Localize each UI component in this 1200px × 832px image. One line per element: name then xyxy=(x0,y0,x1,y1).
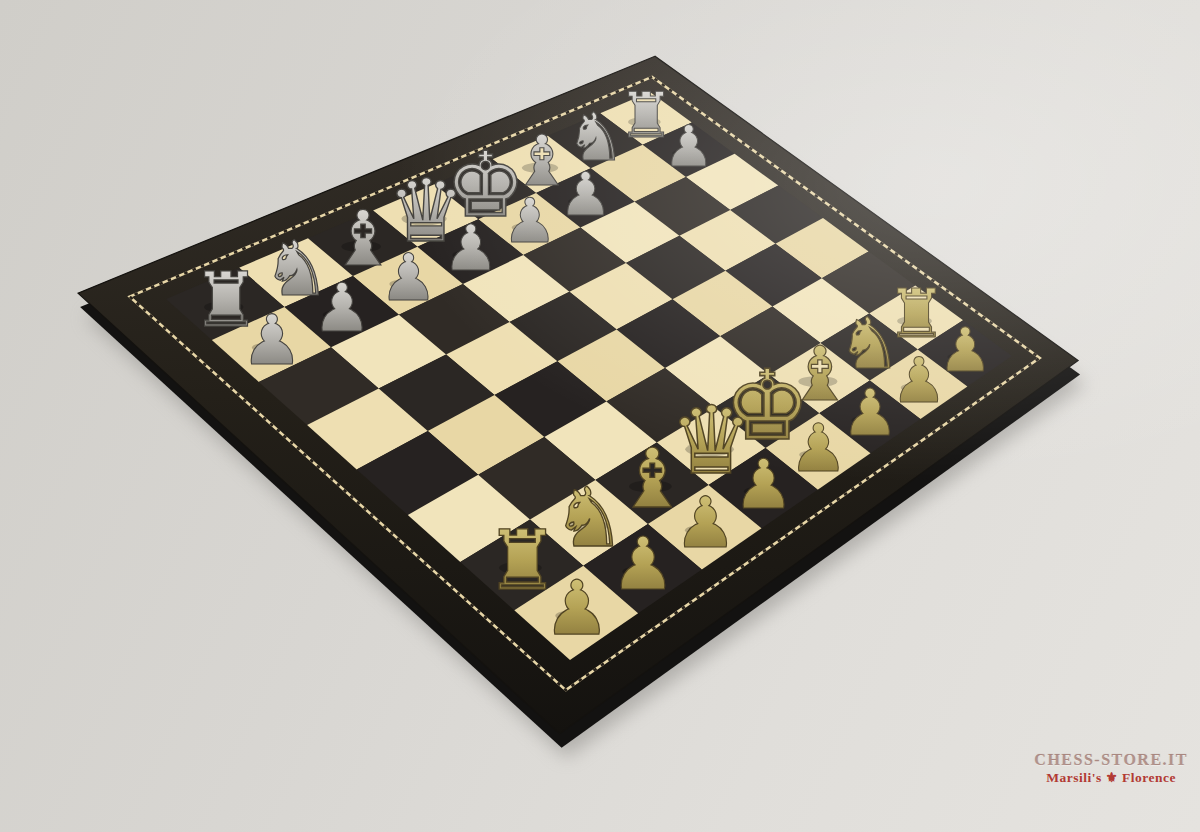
piece-white-pawn-d1[interactable]: ♟ xyxy=(789,410,848,487)
piece-black-pawn-c7[interactable]: ♟ xyxy=(559,159,613,229)
svg-text:♟: ♟ xyxy=(663,113,714,179)
chess-board: ♜♞♟♝♚♟♛♟♝♟♞♟♜♟♜♟♞♟♝♟♚♟♛♟♝♟♞♟♜♟♟ xyxy=(0,0,1200,832)
piece-black-pawn-h7[interactable]: ♟ xyxy=(241,300,303,380)
svg-text:♟: ♟ xyxy=(241,300,303,380)
piece-black-pawn-e7[interactable]: ♟ xyxy=(442,211,499,285)
svg-text:♟: ♟ xyxy=(611,522,676,606)
svg-text:♟: ♟ xyxy=(442,211,499,285)
piece-white-pawn-e1[interactable]: ♟ xyxy=(733,445,794,524)
piece-white-pawn-f1[interactable]: ♟ xyxy=(674,482,737,564)
product-photo-scene: ♜♞♟♝♚♟♛♟♝♟♞♟♜♟♜♟♞♟♝♟♚♟♛♟♝♟♞♟♜♟♟ CHESS-ST… xyxy=(0,0,1200,832)
svg-text:♟: ♟ xyxy=(559,159,613,229)
piece-white-pawn-c1[interactable]: ♟ xyxy=(841,375,899,450)
svg-text:♟: ♟ xyxy=(841,375,899,450)
svg-text:♟: ♟ xyxy=(891,344,947,417)
piece-black-pawn-f7[interactable]: ♟ xyxy=(379,240,437,315)
piece-black-pawn-g7[interactable]: ♟ xyxy=(312,269,372,347)
piece-black-pawn-d7[interactable]: ♟ xyxy=(502,185,557,256)
svg-text:♟: ♟ xyxy=(312,269,372,347)
svg-text:♟: ♟ xyxy=(674,482,737,564)
piece-black-pawn-a7[interactable]: ♟ xyxy=(663,113,714,179)
piece-white-pawn-b1[interactable]: ♟ xyxy=(891,344,947,417)
svg-text:♟: ♟ xyxy=(543,564,610,652)
svg-text:♟: ♟ xyxy=(502,185,557,256)
piece-white-pawn-h1[interactable]: ♟ xyxy=(543,564,610,652)
svg-text:♟: ♟ xyxy=(733,445,794,524)
svg-text:♟: ♟ xyxy=(789,410,848,487)
piece-white-pawn-g1[interactable]: ♟ xyxy=(611,522,676,606)
svg-text:♟: ♟ xyxy=(379,240,437,315)
